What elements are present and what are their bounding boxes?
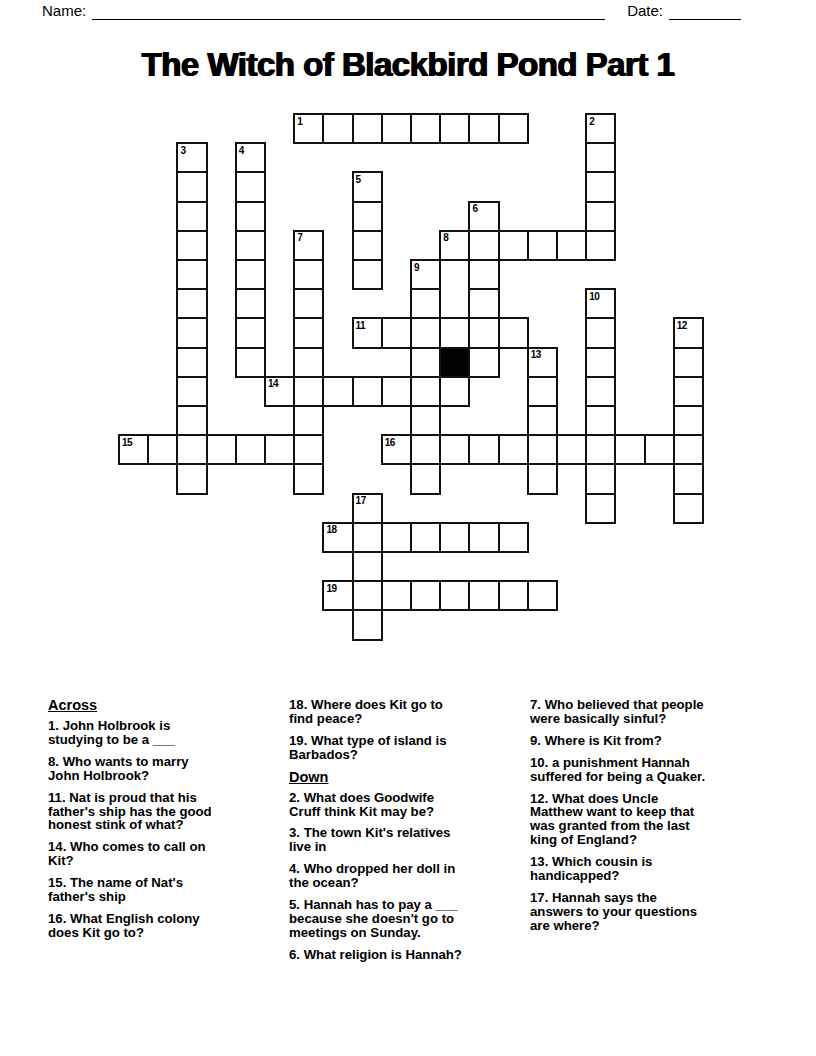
grid-cell-r6c2[interactable]	[176, 288, 207, 319]
grid-cell-r9c6[interactable]	[293, 376, 324, 407]
grid-cell-r4c15[interactable]	[556, 230, 587, 261]
clue-9: 9. Where is Kit from?	[530, 734, 775, 748]
grid-cell-r12c2[interactable]	[176, 463, 207, 494]
grid-cell-r14c11[interactable]	[439, 522, 470, 553]
down-heading: Down	[289, 770, 531, 785]
clue-number-12: 12	[677, 321, 687, 331]
grid-cell-r1c16[interactable]	[585, 142, 616, 173]
grid-cell-r7c13[interactable]	[498, 317, 529, 348]
clue-number-6: 6	[472, 204, 477, 214]
grid-cell-r12c10[interactable]	[410, 463, 441, 494]
clue-5: 5. Hannah has to pay a ___ because she d…	[289, 898, 531, 940]
grid-cell-r13c16[interactable]	[585, 493, 616, 524]
clue-18: 18. Where does Kit go to find peace?	[289, 698, 531, 726]
clue-11: 11. Nat is proud that his father's ship …	[48, 791, 272, 833]
grid-cell-r7c2[interactable]	[176, 317, 207, 348]
grid-cell-r0c10[interactable]	[410, 113, 441, 144]
grid-cell-r10c14[interactable]	[527, 405, 558, 436]
grid-cell-r13c19[interactable]	[673, 493, 704, 524]
grid-cell-r10c16[interactable]	[585, 405, 616, 436]
grid-cell-r11c14[interactable]	[527, 434, 558, 465]
grid-cell-r10c19[interactable]	[673, 405, 704, 436]
grid-cell-r8c4[interactable]	[235, 347, 266, 378]
grid-cell-r11c19[interactable]	[673, 434, 704, 465]
clue-number-16: 16	[385, 438, 395, 448]
grid-cell-r16c11[interactable]	[439, 580, 470, 611]
grid-cell-r5c8[interactable]	[352, 259, 383, 290]
clue-14: 14. Who comes to call on Kit?	[48, 840, 272, 868]
grid-cell-r11c5[interactable]	[264, 434, 295, 465]
clue-number-13: 13	[531, 350, 541, 360]
grid-cell-r9c19[interactable]	[673, 376, 704, 407]
grid-cell-r4c8[interactable]	[352, 230, 383, 261]
grid-cell-r16c8[interactable]	[352, 580, 383, 611]
grid-cell-r7c16[interactable]	[585, 317, 616, 348]
grid-cell-r14c10[interactable]	[410, 522, 441, 553]
clue-3: 3. The town Kit's relatives live in	[289, 826, 531, 854]
grid-cell-r11c12[interactable]	[468, 434, 499, 465]
grid-cell-r16c10[interactable]	[410, 580, 441, 611]
grid-cell-r5c2[interactable]	[176, 259, 207, 290]
clue-19: 19. What type of island is Barbados?	[289, 734, 531, 762]
clue-number-3: 3	[180, 146, 185, 156]
grid-cell-r11c18[interactable]	[644, 434, 675, 465]
grid-cell-r7c9[interactable]	[381, 317, 412, 348]
grid-cell-r0c9[interactable]	[381, 113, 412, 144]
grid-cell-r2c2[interactable]	[176, 171, 207, 202]
grid-cell-r9c14[interactable]	[527, 376, 558, 407]
grid-cell-r9c10[interactable]	[410, 376, 441, 407]
worksheet-header: Name: Date:	[42, 2, 741, 20]
date-label: Date:	[627, 2, 663, 20]
grid-cell-r4c4[interactable]	[235, 230, 266, 261]
grid-cell-r14c12[interactable]	[468, 522, 499, 553]
grid-cell-r6c6[interactable]	[293, 288, 324, 319]
grid-cell-r8c19[interactable]	[673, 347, 704, 378]
grid-cell-r0c11[interactable]	[439, 113, 470, 144]
grid-cell-r8c16[interactable]	[585, 347, 616, 378]
clue-number-5: 5	[356, 175, 361, 185]
grid-cell-r0c13[interactable]	[498, 113, 529, 144]
clue-column-1: Across1. John Holbrook is studying to be…	[48, 698, 272, 948]
clue-13: 13. Which cousin is handicapped?	[530, 855, 775, 883]
clue-number-11: 11	[356, 321, 366, 331]
grid-cell-r0c8[interactable]	[352, 113, 383, 144]
grid-cell-r5c6[interactable]	[293, 259, 324, 290]
grid-cell-r11c13[interactable]	[498, 434, 529, 465]
grid-cell-r17c8[interactable]	[352, 609, 383, 640]
grid-cell-r8c10[interactable]	[410, 347, 441, 378]
page-title: The Witch of Blackbird Pond Part 1	[0, 46, 816, 84]
grid-cell-r6c10[interactable]	[410, 288, 441, 319]
clue-17: 17. Hannah says the answers to your ques…	[530, 891, 775, 933]
grid-cell-r0c12[interactable]	[468, 113, 499, 144]
clue-number-18: 18	[326, 525, 336, 535]
clue-number-10: 10	[589, 292, 599, 302]
grid-cell-r7c12[interactable]	[468, 317, 499, 348]
grid-cell-r9c7[interactable]	[322, 376, 353, 407]
grid-cell-r8c6[interactable]	[293, 347, 324, 378]
clue-2: 2. What does Goodwife Cruff think Kit ma…	[289, 791, 531, 819]
clue-10: 10. a punishment Hannah suffered for bei…	[530, 756, 775, 784]
grid-cell-r3c2[interactable]	[176, 201, 207, 232]
grid-cell-r8c2[interactable]	[176, 347, 207, 378]
grid-cell-r11c1[interactable]	[147, 434, 178, 465]
grid-cell-r9c8[interactable]	[352, 376, 383, 407]
grid-cell-r4c12[interactable]	[468, 230, 499, 261]
grid-cell-r14c8[interactable]	[352, 522, 383, 553]
grid-cell-r15c8[interactable]	[352, 551, 383, 582]
grid-cell-r6c4[interactable]	[235, 288, 266, 319]
grid-cell-r10c6[interactable]	[293, 405, 324, 436]
grid-cell-r4c16[interactable]	[585, 230, 616, 261]
grid-cell-r11c6[interactable]	[293, 434, 324, 465]
clue-number-4: 4	[239, 146, 244, 156]
clue-15: 15. The name of Nat's father's ship	[48, 876, 272, 904]
grid-cell-r16c14[interactable]	[527, 580, 558, 611]
grid-cell-r16c13[interactable]	[498, 580, 529, 611]
clue-8: 8. Who wants to marry John Holbrook?	[48, 755, 272, 783]
clue-number-19: 19	[326, 584, 336, 594]
clue-column-3: 7. Who believed that people were basical…	[530, 698, 775, 941]
grid-cell-r8c12[interactable]	[468, 347, 499, 378]
grid-cell-r2c16[interactable]	[585, 171, 616, 202]
grid-cell-r7c11[interactable]	[439, 317, 470, 348]
date-blank-line[interactable]	[669, 4, 741, 20]
grid-cell-r7c10[interactable]	[410, 317, 441, 348]
clue-number-14: 14	[268, 379, 278, 389]
grid-cell-r7c6[interactable]	[293, 317, 324, 348]
grid-cell-r11c10[interactable]	[410, 434, 441, 465]
grid-cell-r16c12[interactable]	[468, 580, 499, 611]
grid-cell-r10c10[interactable]	[410, 405, 441, 436]
clue-7: 7. Who believed that people were basical…	[530, 698, 775, 726]
clue-12: 12. What does Uncle Matthew want to keep…	[530, 792, 775, 848]
grid-cell-r11c16[interactable]	[585, 434, 616, 465]
grid-cell-r3c8[interactable]	[352, 201, 383, 232]
grid-cell-r4c2[interactable]	[176, 230, 207, 261]
grid-cell-r4c13[interactable]	[498, 230, 529, 261]
grid-cell-r2c4[interactable]	[235, 171, 266, 202]
across-heading: Across	[48, 698, 272, 713]
name-blank-line[interactable]	[92, 4, 605, 20]
clue-number-1: 1	[297, 117, 302, 127]
grid-cell-r6c12[interactable]	[468, 288, 499, 319]
grid-cell-r11c3[interactable]	[206, 434, 237, 465]
grid-cell-r11c17[interactable]	[614, 434, 645, 465]
clue-6: 6. What religion is Hannah?	[289, 948, 531, 962]
clue-column-2: 18. Where does Kit go to find peace?19. …	[289, 698, 531, 970]
clue-16: 16. What English colony does Kit go to?	[48, 912, 272, 940]
grid-cell-r12c14[interactable]	[527, 463, 558, 494]
grid-cell-r5c4[interactable]	[235, 259, 266, 290]
clue-number-2: 2	[589, 117, 594, 127]
clue-number-7: 7	[297, 233, 302, 243]
grid-cell-r5c12[interactable]	[468, 259, 499, 290]
grid-cell-r11c2[interactable]	[176, 434, 207, 465]
grid-cell-r3c16[interactable]	[585, 201, 616, 232]
grid-cell-r14c13[interactable]	[498, 522, 529, 553]
grid-cell-r3c4[interactable]	[235, 201, 266, 232]
clue-number-9: 9	[414, 263, 419, 273]
clue-number-17: 17	[356, 496, 366, 506]
clue-4: 4. Who dropped her doll in the ocean?	[289, 862, 531, 890]
grid-cell-r12c19[interactable]	[673, 463, 704, 494]
clue-number-8: 8	[443, 233, 448, 243]
clue-number-15: 15	[122, 438, 132, 448]
clue-1: 1. John Holbrook is studying to be a ___	[48, 719, 272, 747]
grid-cell-r9c2[interactable]	[176, 376, 207, 407]
grid-cell-r16c9[interactable]	[381, 580, 412, 611]
grid-cell-r14c9[interactable]	[381, 522, 412, 553]
grid-cell-r7c4[interactable]	[235, 317, 266, 348]
grid-cell-r10c2[interactable]	[176, 405, 207, 436]
grid-cell-r4c14[interactable]	[527, 230, 558, 261]
grid-cell-r11c4[interactable]	[235, 434, 266, 465]
grid-cell-r9c11[interactable]	[439, 376, 470, 407]
grid-cell-r9c16[interactable]	[585, 376, 616, 407]
grid-cell-r11c15[interactable]	[556, 434, 587, 465]
grid-cell-r12c16[interactable]	[585, 463, 616, 494]
grid-cell-r12c6[interactable]	[293, 463, 324, 494]
grid-cell-r0c7[interactable]	[322, 113, 353, 144]
worksheet-page: Name: Date: The Witch of Blackbird Pond …	[0, 0, 816, 1056]
name-label: Name:	[42, 2, 86, 20]
grid-cell-r9c9[interactable]	[381, 376, 412, 407]
black-cell-r8c11	[439, 347, 470, 378]
grid-cell-r11c11[interactable]	[439, 434, 470, 465]
